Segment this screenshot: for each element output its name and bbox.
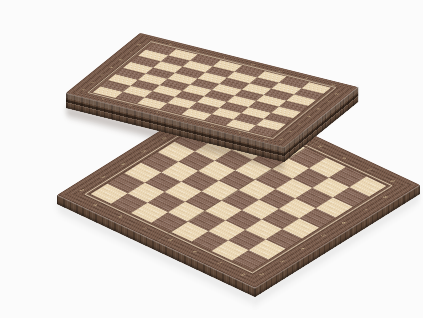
- rank-label: 4: [300, 246, 306, 249]
- file-label: b: [195, 50, 200, 52]
- rank-label: 7: [325, 100, 330, 102]
- file-label: d: [316, 144, 322, 147]
- rank-label: 6: [118, 59, 123, 61]
- file-label: e: [192, 250, 198, 253]
- file-label: f: [305, 77, 309, 79]
- file-label: e: [277, 70, 282, 72]
- file-label: g: [390, 179, 396, 182]
- file-label: g: [240, 272, 246, 275]
- file-label: e: [210, 125, 215, 127]
- file-label: f: [217, 261, 222, 264]
- rank-label: 5: [141, 149, 147, 152]
- rank-label: 5: [320, 234, 326, 237]
- file-label: a: [101, 98, 106, 100]
- rank-label: 5: [306, 115, 311, 117]
- file-label: e: [341, 156, 347, 159]
- rank-label: 4: [120, 162, 126, 165]
- file-label: c: [223, 57, 228, 59]
- rank-label: 7: [127, 51, 132, 53]
- rank-label: 8: [136, 44, 141, 46]
- file-label: b: [117, 215, 123, 218]
- file-label: c: [142, 226, 148, 229]
- rank-label: 5: [108, 66, 113, 68]
- rank-label: 2: [258, 272, 264, 275]
- rank-label: 2: [278, 138, 283, 140]
- file-label: f: [237, 132, 241, 134]
- product-photo: abcdefghabcdefgh8765432187654321 abcdefg…: [0, 0, 423, 318]
- file-label: b: [128, 104, 133, 106]
- file-label: h: [358, 90, 363, 92]
- rank-label: 4: [297, 123, 302, 125]
- rank-label: 6: [315, 108, 320, 110]
- rank-label: 3: [90, 81, 95, 83]
- rank-label: 4: [99, 74, 104, 76]
- file-label: g: [331, 83, 336, 85]
- rank-label: 3: [279, 259, 285, 262]
- file-label: d: [167, 238, 173, 241]
- rank-label: 3: [99, 175, 105, 178]
- file-label: d: [250, 63, 255, 65]
- file-label: a: [92, 203, 98, 206]
- rank-label: 2: [79, 188, 85, 191]
- file-label: g: [263, 138, 268, 140]
- rank-label: 3: [288, 130, 293, 132]
- file-label: a: [168, 43, 173, 45]
- rank-label: 8: [334, 93, 339, 95]
- file-label: c: [155, 111, 160, 113]
- file-label: d: [183, 118, 188, 120]
- rank-label: 2: [81, 89, 86, 91]
- rank-label: 8: [382, 195, 388, 198]
- file-label: f: [366, 168, 371, 171]
- rank-label: 6: [341, 221, 347, 224]
- rank-label: 7: [361, 208, 367, 211]
